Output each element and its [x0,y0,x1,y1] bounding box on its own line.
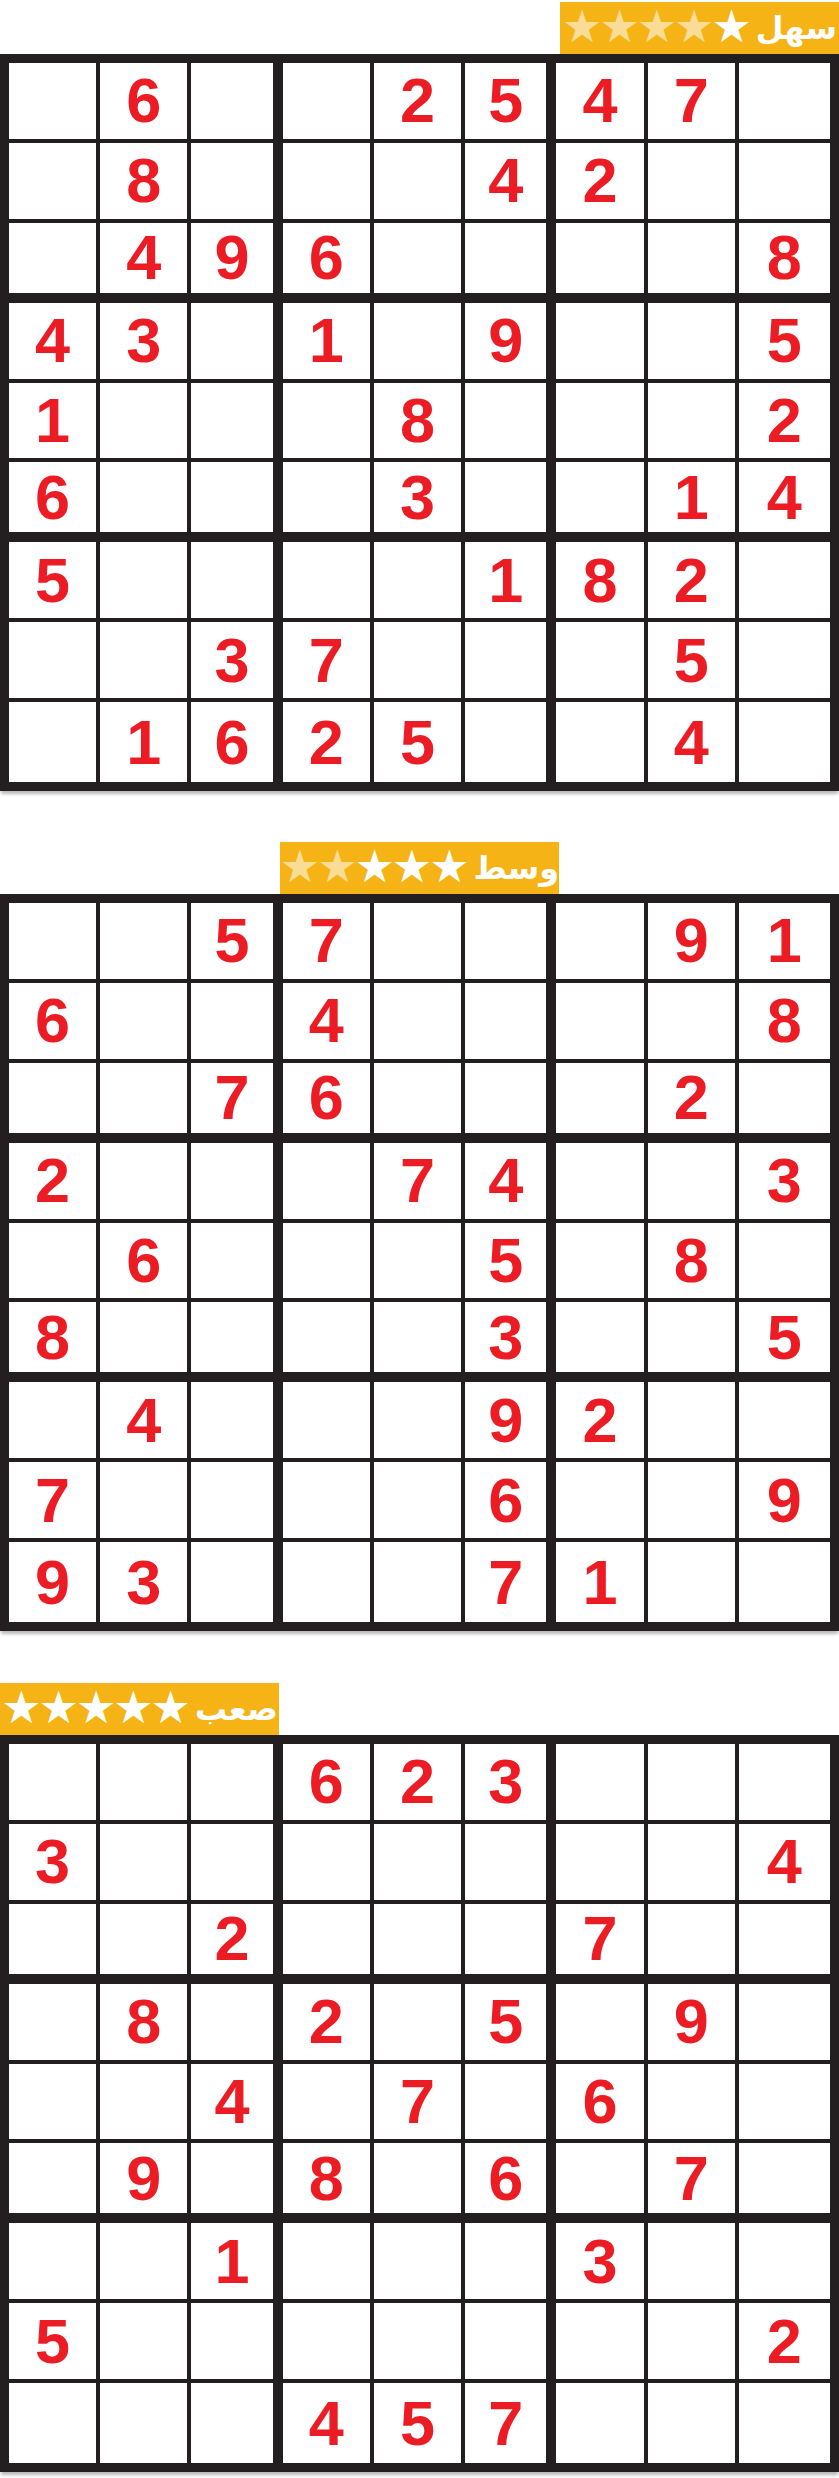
cell-r2c7[interactable] [556,1824,647,1904]
cell-r7c2[interactable] [100,2223,191,2303]
cell-r2c3[interactable] [191,143,282,223]
sudoku-grid-hard: 6233427825947698671352457 [0,1735,839,2472]
cell-r6c7[interactable] [556,1302,647,1382]
cell-r5c4[interactable] [283,2064,374,2144]
cell-r1c9[interactable] [739,1744,830,1824]
cell-r8c7[interactable] [556,2303,647,2383]
cell-r8c4[interactable] [283,1462,374,1542]
cell-r3c8[interactable] [648,223,739,303]
cell-r6c5[interactable] [374,2143,465,2223]
cell-r4c6[interactable]: 4 [465,1143,556,1223]
cell-r9c7[interactable]: 1 [556,1542,647,1622]
cell-r4c9[interactable]: 5 [739,303,830,383]
cell-r8c7[interactable] [556,1462,647,1542]
cell-r4c8[interactable]: 9 [648,1984,739,2064]
cell-r4c7[interactable] [556,1143,647,1223]
cell-r8c1[interactable]: 7 [9,1462,100,1542]
cell-r5c9[interactable] [739,1223,830,1303]
banner-row-hard: ★★★★★ صعب [0,1683,839,1735]
cell-r4c5[interactable] [374,1984,465,2064]
cell-r7c3[interactable] [191,1382,282,1462]
cell-r9c7[interactable] [556,2383,647,2463]
cell-r3c3[interactable]: 9 [191,223,282,303]
cell-r9c5[interactable]: 5 [374,702,465,782]
star-faded-icon: ★ [562,3,599,51]
cell-r3c1[interactable] [9,1063,100,1143]
cell-r1c8[interactable]: 9 [648,903,739,983]
cell-r9c5[interactable]: 5 [374,2383,465,2463]
cell-r7c5[interactable] [374,2223,465,2303]
star-rating: ★★★★★ [562,4,749,52]
star-faded-icon: ★ [599,3,636,51]
cell-r4c2[interactable]: 8 [100,1984,191,2064]
star-faded-icon: ★ [637,3,674,51]
cell-r7c2[interactable] [100,542,191,622]
cell-r8c9[interactable]: 2 [739,2303,830,2383]
cell-r5c2[interactable] [100,2064,191,2144]
difficulty-label-hard: صعب [195,1683,278,1735]
cell-r6c5[interactable]: 3 [374,462,465,542]
sudoku-grid-easy: 625478424968431951826314518237516254 [0,54,839,791]
cell-r2c2[interactable] [100,983,191,1063]
cell-r9c6[interactable]: 7 [465,2383,556,2463]
cell-r8c7[interactable] [556,622,647,702]
cell-r9c1[interactable] [9,702,100,782]
cell-r9c9[interactable] [739,1542,830,1622]
cell-r6c7[interactable] [556,462,647,542]
cell-r1c6[interactable]: 3 [465,1744,556,1824]
cell-r6c8[interactable]: 1 [648,462,739,542]
cell-r5c4[interactable] [283,383,374,463]
cell-r8c5[interactable] [374,622,465,702]
cell-r1c5[interactable] [374,903,465,983]
cell-r7c6[interactable]: 9 [465,1382,556,1462]
cell-r3c5[interactable] [374,1904,465,1984]
cell-r7c8[interactable] [648,1382,739,1462]
cell-r5c7[interactable] [556,1223,647,1303]
cell-r2c5[interactable] [374,1824,465,1904]
cell-r7c6[interactable]: 1 [465,542,556,622]
cell-r4c4[interactable]: 1 [283,303,374,383]
cell-r8c3[interactable]: 3 [191,622,282,702]
cell-r5c7[interactable]: 6 [556,2064,647,2144]
cell-r2c6[interactable] [465,983,556,1063]
cell-r5c6[interactable] [465,2064,556,2144]
cell-r6c1[interactable]: 8 [9,1302,100,1382]
cell-r7c7[interactable]: 8 [556,542,647,622]
difficulty-label-medium: وسط [474,842,560,894]
cell-r7c5[interactable] [374,542,465,622]
cell-r1c2[interactable] [100,903,191,983]
cell-r3c1[interactable] [9,1904,100,1984]
cell-r8c9[interactable]: 9 [739,1462,830,1542]
sudoku-grid-medium: 579164876227436588354927699371 [0,894,839,1631]
cell-r4c9[interactable] [739,1984,830,2064]
cell-r1c4[interactable]: 6 [283,1744,374,1824]
cell-r2c1[interactable]: 6 [9,983,100,1063]
cell-r1c7[interactable] [556,1744,647,1824]
cell-r4c7[interactable] [556,1984,647,2064]
cell-r3c8[interactable] [648,1904,739,1984]
cell-r9c2[interactable]: 1 [100,702,191,782]
cell-r6c8[interactable] [648,1302,739,1382]
banner-row-medium: ★★★★★ وسط [0,842,839,894]
cell-r1c2[interactable] [100,1744,191,1824]
cell-r5c4[interactable] [283,1223,374,1303]
cell-r6c9[interactable] [739,2143,830,2223]
cell-r5c2[interactable]: 6 [100,1223,191,1303]
puzzle-section-hard: ★★★★★ صعب 6233427825947698671352457 [0,1683,839,2472]
cell-r1c5[interactable]: 2 [374,1744,465,1824]
cell-r8c8[interactable] [648,1462,739,1542]
cell-r5c5[interactable] [374,1223,465,1303]
cell-r8c2[interactable] [100,622,191,702]
star-faded-icon: ★ [674,3,711,51]
cell-r6c8[interactable]: 7 [648,2143,739,2223]
cell-r2c5[interactable] [374,143,465,223]
cell-r5c8[interactable] [648,2064,739,2144]
cell-r3c9[interactable]: 8 [739,223,830,303]
cell-r1c6[interactable] [465,903,556,983]
cell-r5c3[interactable]: 4 [191,2064,282,2144]
difficulty-label-easy: سهل [756,2,837,54]
cell-r9c8[interactable] [648,1542,739,1622]
cell-r3c3[interactable]: 2 [191,1904,282,1984]
cell-r8c8[interactable] [648,2303,739,2383]
star-filled-icon: ★ [113,1684,150,1732]
cell-r4c5[interactable]: 7 [374,1143,465,1223]
cell-r5c2[interactable] [100,383,191,463]
cell-r7c5[interactable] [374,1382,465,1462]
star-filled-icon: ★ [429,843,466,891]
cell-r8c6[interactable] [465,622,556,702]
cell-r1c6[interactable]: 5 [465,63,556,143]
cell-r7c7[interactable]: 2 [556,1382,647,1462]
cell-r3c9[interactable] [739,1063,830,1143]
cell-r9c3[interactable] [191,1542,282,1622]
cell-r6c9[interactable]: 4 [739,462,830,542]
cell-r6c3[interactable] [191,1302,282,1382]
cell-r7c2[interactable]: 4 [100,1382,191,1462]
cell-r9c8[interactable]: 4 [648,702,739,782]
cell-r9c9[interactable] [739,702,830,782]
cell-r9c5[interactable] [374,1542,465,1622]
star-filled-icon: ★ [392,843,429,891]
cell-r9c8[interactable] [648,2383,739,2463]
cell-r3c2[interactable] [100,1063,191,1143]
cell-r8c5[interactable] [374,1462,465,1542]
cell-r5c8[interactable] [648,383,739,463]
cell-r1c8[interactable] [648,1744,739,1824]
star-filled-icon: ★ [39,1684,76,1732]
cell-r1c3[interactable] [191,1744,282,1824]
difficulty-banner-easy: ★★★★★ سهل [560,2,839,54]
cell-r5c5[interactable]: 8 [374,383,465,463]
cell-r2c5[interactable] [374,983,465,1063]
cell-r4c1[interactable] [9,1984,100,2064]
cell-r3c7[interactable] [556,223,647,303]
cell-r5c9[interactable]: 2 [739,383,830,463]
cell-r8c2[interactable] [100,2303,191,2383]
cell-r8c8[interactable]: 5 [648,622,739,702]
cell-r2c1[interactable] [9,143,100,223]
banner-row-easy: ★★★★★ سهل [0,2,839,54]
cell-r7c9[interactable] [739,1382,830,1462]
cell-r9c1[interactable] [9,2383,100,2463]
cell-r3c6[interactable] [465,1904,556,1984]
cell-r4c4[interactable]: 2 [283,1984,374,2064]
cell-r3c7[interactable]: 7 [556,1904,647,1984]
cell-r4c9[interactable]: 3 [739,1143,830,1223]
cell-r1c3[interactable]: 5 [191,903,282,983]
star-filled-icon: ★ [711,3,748,51]
cell-r9c9[interactable] [739,2383,830,2463]
cell-r6c4[interactable] [283,462,374,542]
cell-r3c7[interactable] [556,1063,647,1143]
spacer [0,1631,839,1683]
cell-r8c5[interactable] [374,2303,465,2383]
cell-r3c4[interactable]: 6 [283,1063,374,1143]
cell-r1c1[interactable] [9,63,100,143]
cell-r1c4[interactable] [283,63,374,143]
cell-r8c2[interactable] [100,1462,191,1542]
cell-r4c2[interactable] [100,1143,191,1223]
cell-r8c6[interactable]: 6 [465,1462,556,1542]
cell-r4c1[interactable]: 4 [9,303,100,383]
cell-r1c7[interactable] [556,903,647,983]
cell-r5c3[interactable] [191,383,282,463]
cell-r2c2[interactable] [100,1824,191,1904]
cell-r2c8[interactable] [648,1824,739,1904]
cell-r3c4[interactable]: 6 [283,223,374,303]
cell-r8c9[interactable] [739,622,830,702]
cell-r9c7[interactable] [556,702,647,782]
cell-r8c4[interactable]: 7 [283,622,374,702]
cell-r7c9[interactable] [739,542,830,622]
cell-r5c6[interactable] [465,383,556,463]
cell-r4c7[interactable] [556,303,647,383]
cell-r6c5[interactable] [374,1302,465,1382]
cell-r2c6[interactable]: 4 [465,143,556,223]
cell-r3c2[interactable] [100,1904,191,1984]
cell-r5c3[interactable] [191,1223,282,1303]
cell-r7c6[interactable] [465,2223,556,2303]
cell-r7c1[interactable] [9,1382,100,1462]
cell-r5c1[interactable]: 1 [9,383,100,463]
star-rating: ★★★★★ [280,844,467,892]
cell-r3c4[interactable] [283,1904,374,1984]
cell-r8c3[interactable] [191,1462,282,1542]
cell-r3c1[interactable] [9,223,100,303]
cell-r1c4[interactable]: 7 [283,903,374,983]
cell-r2c9[interactable]: 4 [739,1824,830,1904]
cell-r9c4[interactable] [283,1542,374,1622]
difficulty-banner-medium: ★★★★★ وسط [280,842,559,894]
cell-r1c2[interactable]: 6 [100,63,191,143]
cell-r2c7[interactable]: 2 [556,143,647,223]
cell-r2c4[interactable]: 4 [283,983,374,1063]
spacer [0,791,839,842]
cell-r7c8[interactable] [648,2223,739,2303]
cell-r4c8[interactable] [648,1143,739,1223]
cell-r2c4[interactable] [283,143,374,223]
cell-r6c9[interactable]: 5 [739,1302,830,1382]
cell-r9c2[interactable]: 3 [100,1542,191,1622]
cell-r4c3[interactable] [191,303,282,383]
cell-r9c4[interactable]: 2 [283,702,374,782]
cell-r4c3[interactable] [191,1984,282,2064]
cell-r9c4[interactable]: 4 [283,2383,374,2463]
cell-r6c1[interactable] [9,2143,100,2223]
cell-r3c3[interactable]: 7 [191,1063,282,1143]
cell-r3c6[interactable] [465,223,556,303]
cell-r4c3[interactable] [191,1143,282,1223]
cell-r3c8[interactable]: 2 [648,1063,739,1143]
cell-r7c1[interactable] [9,2223,100,2303]
cell-r9c3[interactable]: 6 [191,702,282,782]
cell-r2c8[interactable] [648,983,739,1063]
cell-r2c1[interactable]: 3 [9,1824,100,1904]
cell-r2c6[interactable] [465,1824,556,1904]
cell-r6c3[interactable] [191,462,282,542]
cell-r2c8[interactable] [648,143,739,223]
cell-r5c8[interactable]: 8 [648,1223,739,1303]
cell-r6c7[interactable] [556,2143,647,2223]
cell-r7c1[interactable]: 5 [9,542,100,622]
cell-r3c2[interactable]: 4 [100,223,191,303]
cell-r7c7[interactable]: 3 [556,2223,647,2303]
cell-r8c4[interactable] [283,2303,374,2383]
cell-r1c5[interactable]: 2 [374,63,465,143]
star-rating: ★★★★★ [1,1685,188,1733]
cell-r5c7[interactable] [556,383,647,463]
star-faded-icon: ★ [317,843,354,891]
cell-r1c7[interactable]: 4 [556,63,647,143]
cell-r2c4[interactable] [283,1824,374,1904]
star-filled-icon: ★ [76,1684,113,1732]
cell-r7c3[interactable] [191,542,282,622]
star-filled-icon: ★ [151,1684,188,1732]
cell-r3c5[interactable] [374,223,465,303]
cell-r6c6[interactable] [465,462,556,542]
cell-r4c6[interactable]: 9 [465,303,556,383]
cell-r5c1[interactable] [9,2064,100,2144]
cell-r1c1[interactable] [9,903,100,983]
cell-r1c9[interactable] [739,63,830,143]
cell-r6c3[interactable] [191,2143,282,2223]
cell-r2c9[interactable]: 8 [739,983,830,1063]
cell-r1c1[interactable] [9,1744,100,1824]
cell-r1c9[interactable]: 1 [739,903,830,983]
cell-r9c1[interactable]: 9 [9,1542,100,1622]
cell-r2c3[interactable] [191,1824,282,1904]
cell-r9c3[interactable] [191,2383,282,2463]
cell-r9c6[interactable]: 7 [465,1542,556,1622]
difficulty-banner-hard: ★★★★★ صعب [0,1683,279,1735]
cell-r8c3[interactable] [191,2303,282,2383]
cell-r4c1[interactable]: 2 [9,1143,100,1223]
cell-r7c4[interactable] [283,2223,374,2303]
cell-r6c4[interactable] [283,1302,374,1382]
cell-r6c1[interactable]: 6 [9,462,100,542]
cell-r6c2[interactable]: 9 [100,2143,191,2223]
cell-r6c6[interactable]: 6 [465,2143,556,2223]
star-faded-icon: ★ [280,843,317,891]
cell-r5c6[interactable]: 5 [465,1223,556,1303]
cell-r2c9[interactable] [739,143,830,223]
cell-r4c8[interactable] [648,303,739,383]
cell-r4c2[interactable]: 3 [100,303,191,383]
cell-r1c8[interactable]: 7 [648,63,739,143]
cell-r4c4[interactable] [283,1143,374,1223]
cell-r7c4[interactable] [283,1382,374,1462]
cell-r3c6[interactable] [465,1063,556,1143]
cell-r6c4[interactable]: 8 [283,2143,374,2223]
cell-r5c9[interactable] [739,2064,830,2144]
cell-r6c6[interactable]: 3 [465,1302,556,1382]
puzzle-section-easy: ★★★★★ سهل 625478424968431951826314518237… [0,2,839,791]
cell-r7c9[interactable] [739,2223,830,2303]
cell-r1c3[interactable] [191,63,282,143]
cell-r3c9[interactable] [739,1904,830,1984]
cell-r4c5[interactable] [374,303,465,383]
cell-r7c3[interactable]: 1 [191,2223,282,2303]
cell-r5c1[interactable] [9,1223,100,1303]
cell-r2c2[interactable]: 8 [100,143,191,223]
cell-r7c4[interactable] [283,542,374,622]
cell-r7c8[interactable]: 2 [648,542,739,622]
cell-r8c1[interactable]: 5 [9,2303,100,2383]
cell-r8c1[interactable] [9,622,100,702]
cell-r8c6[interactable] [465,2303,556,2383]
cell-r2c7[interactable] [556,983,647,1063]
cell-r9c6[interactable] [465,702,556,782]
cell-r4c6[interactable]: 5 [465,1984,556,2064]
cell-r9c2[interactable] [100,2383,191,2463]
puzzle-section-medium: ★★★★★ وسط 579164876227436588354927699371 [0,842,839,1631]
cell-r5c5[interactable]: 7 [374,2064,465,2144]
star-filled-icon: ★ [1,1684,38,1732]
cell-r6c2[interactable] [100,462,191,542]
cell-r2c3[interactable] [191,983,282,1063]
cell-r6c2[interactable] [100,1302,191,1382]
star-filled-icon: ★ [355,843,392,891]
cell-r3c5[interactable] [374,1063,465,1143]
